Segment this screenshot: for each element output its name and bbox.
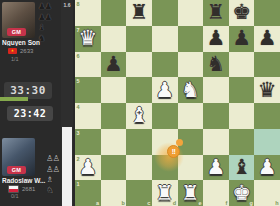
square-a1[interactable]: 1a — [75, 180, 101, 206]
square-h1[interactable]: h — [254, 180, 280, 206]
piece-wr-d1[interactable]: ♜ — [152, 180, 178, 206]
square-c1[interactable]: c — [126, 180, 152, 206]
file-label-a: a — [96, 200, 99, 206]
square-b1[interactable]: b — [101, 180, 127, 206]
players-sidebar: GM Nguyen Son 2633 1/1 ♟♟♟♟♝♞ 33:30 23:4… — [0, 0, 61, 206]
square-b7[interactable] — [101, 26, 127, 52]
square-e2[interactable] — [178, 155, 204, 181]
square-e1[interactable]: e♜ — [178, 180, 204, 206]
bottom-player-captured-pieces: ♙♙♙♙♗♘ — [46, 153, 59, 195]
file-label-c: c — [147, 200, 150, 206]
piece-bp-b6[interactable]: ♟ — [101, 52, 127, 78]
captured-piece-row: ♙♙ — [46, 153, 59, 164]
piece-wp-d5[interactable]: ♟ — [152, 77, 178, 103]
evaluation-bar-white-part — [62, 127, 72, 206]
piece-bb-g2[interactable]: ♝ — [229, 155, 255, 181]
top-player-name[interactable]: Nguyen Son — [2, 39, 60, 46]
square-a8[interactable]: 8 — [75, 0, 101, 26]
square-b2[interactable] — [101, 155, 127, 181]
square-g4[interactable] — [229, 103, 255, 129]
top-player-rating-row: 2633 — [8, 47, 33, 54]
square-d5[interactable]: ♟ — [152, 77, 178, 103]
square-f5[interactable] — [203, 77, 229, 103]
square-g3[interactable] — [229, 129, 255, 155]
square-a6[interactable]: 6 — [75, 52, 101, 78]
piece-bk-g8[interactable]: ♚ — [229, 0, 255, 26]
square-e5[interactable]: ♞ — [178, 77, 204, 103]
file-label-f: f — [225, 200, 227, 206]
piece-wk-g1[interactable]: ♚ — [229, 180, 255, 206]
square-f7[interactable]: ♟ — [203, 26, 229, 52]
square-a2[interactable]: 2♟ — [75, 155, 101, 181]
bottom-player-rating-row: 2681 — [8, 185, 35, 192]
top-player-match-score: 1/1 — [11, 56, 19, 62]
square-f3[interactable] — [203, 129, 229, 155]
square-f2[interactable]: ♟ — [203, 155, 229, 181]
piece-wq-a7[interactable]: ♛ — [75, 26, 101, 52]
square-c6[interactable] — [126, 52, 152, 78]
captured-piece-row: ♙♙ — [46, 164, 59, 175]
square-h5[interactable]: ♛ — [254, 77, 280, 103]
square-c5[interactable] — [126, 77, 152, 103]
square-c7[interactable] — [126, 26, 152, 52]
piece-wp-f2[interactable]: ♟ — [203, 155, 229, 181]
square-b4[interactable] — [101, 103, 127, 129]
rank-label-1: 1 — [77, 181, 80, 187]
rank-label-4: 4 — [77, 104, 80, 110]
square-f6[interactable]: ♞ — [203, 52, 229, 78]
square-f8[interactable]: ♜ — [203, 0, 229, 26]
bottom-player-match-score: 0/1 — [11, 193, 19, 199]
brilliant-move-badge: !! — [167, 145, 180, 158]
rank-label-8: 8 — [77, 1, 80, 7]
rank-label-6: 6 — [77, 53, 80, 59]
square-e4[interactable] — [178, 103, 204, 129]
square-c3[interactable] — [126, 129, 152, 155]
square-g7[interactable]: ♟ — [229, 26, 255, 52]
square-h8[interactable] — [254, 0, 280, 26]
square-d8[interactable] — [152, 0, 178, 26]
file-label-h: h — [275, 200, 278, 206]
square-a7[interactable]: 7♛ — [75, 26, 101, 52]
captured-piece-row: ♗ — [46, 174, 59, 185]
evaluation-bar: 1.6 — [61, 0, 73, 206]
square-h7[interactable]: ♟ — [254, 26, 280, 52]
square-c8[interactable]: ♜ — [126, 0, 152, 26]
vietnam-flag-icon — [8, 48, 17, 54]
bottom-player-clock: 23:42 — [7, 106, 53, 121]
piece-bq-h5[interactable]: ♛ — [254, 77, 280, 103]
piece-wb-c4[interactable]: ♝ — [126, 103, 152, 129]
top-player-active-time-bar — [0, 97, 28, 101]
square-h3[interactable] — [254, 129, 280, 155]
captured-piece-row: ♝ — [38, 22, 51, 33]
square-h4[interactable] — [254, 103, 280, 129]
square-c4[interactable]: ♝ — [126, 103, 152, 129]
captured-piece-row: ♟♟ — [38, 12, 51, 23]
piece-bp-h7[interactable]: ♟ — [254, 26, 280, 52]
captured-piece-row: ♟♟ — [38, 1, 51, 12]
piece-bp-f7[interactable]: ♟ — [203, 26, 229, 52]
top-player-title-badge: GM — [7, 28, 26, 36]
rank-label-3: 3 — [77, 130, 80, 136]
square-h2[interactable]: ♟ — [254, 155, 280, 181]
square-a4[interactable]: 4 — [75, 103, 101, 129]
square-e6[interactable] — [178, 52, 204, 78]
piece-wp-a2[interactable]: ♟ — [75, 155, 101, 181]
square-f1[interactable]: f — [203, 180, 229, 206]
square-g8[interactable]: ♚ — [229, 0, 255, 26]
square-d4[interactable] — [152, 103, 178, 129]
top-player-rating: 2633 — [20, 48, 33, 54]
square-g2[interactable]: ♝ — [229, 155, 255, 181]
square-d2[interactable] — [152, 155, 178, 181]
square-g1[interactable]: g♚ — [229, 180, 255, 206]
chess-broadcast-app: GM Nguyen Son 2633 1/1 ♟♟♟♟♝♞ 33:30 23:4… — [0, 0, 280, 206]
square-a5[interactable]: 5 — [75, 77, 101, 103]
piece-wr-e1[interactable]: ♜ — [178, 180, 204, 206]
square-g6[interactable] — [229, 52, 255, 78]
square-f4[interactable] — [203, 103, 229, 129]
square-d1[interactable]: d♜ — [152, 180, 178, 206]
square-b8[interactable] — [101, 0, 127, 26]
square-c2[interactable] — [126, 155, 152, 181]
top-player-captured-pieces: ♟♟♟♟♝♞ — [38, 1, 51, 43]
square-a3[interactable]: 3 — [75, 129, 101, 155]
piece-br-f8[interactable]: ♜ — [203, 0, 229, 26]
square-b6[interactable]: ♟ — [101, 52, 127, 78]
square-d7[interactable] — [152, 26, 178, 52]
square-b5[interactable] — [101, 77, 127, 103]
bottom-player-title-badge: GM — [7, 166, 26, 174]
brilliant-move-sparkle-icon — [176, 139, 183, 146]
square-e8[interactable] — [178, 0, 204, 26]
evaluation-value: 1.6 — [61, 2, 73, 8]
captured-piece-row: ♞ — [38, 33, 51, 44]
square-e7[interactable] — [178, 26, 204, 52]
piece-wp-h2[interactable]: ♟ — [254, 155, 280, 181]
piece-br-c8[interactable]: ♜ — [126, 0, 152, 26]
bottom-player-rating: 2681 — [22, 186, 35, 192]
piece-wn-e5[interactable]: ♞ — [178, 77, 204, 103]
captured-piece-row: ♘ — [46, 185, 59, 196]
square-b3[interactable] — [101, 129, 127, 155]
chess-board[interactable]: 8♜♜♚7♛♟♟♟6♟♞5♟♞♛4♝32♟♟♝♟1abcd♜e♜fg♚h — [75, 0, 280, 206]
square-d6[interactable] — [152, 52, 178, 78]
piece-bp-g7[interactable]: ♟ — [229, 26, 255, 52]
square-h6[interactable] — [254, 52, 280, 78]
poland-flag-icon — [8, 185, 19, 193]
piece-bn-f6[interactable]: ♞ — [203, 52, 229, 78]
square-g5[interactable] — [229, 77, 255, 103]
rank-label-5: 5 — [77, 78, 80, 84]
file-label-b: b — [121, 200, 124, 206]
